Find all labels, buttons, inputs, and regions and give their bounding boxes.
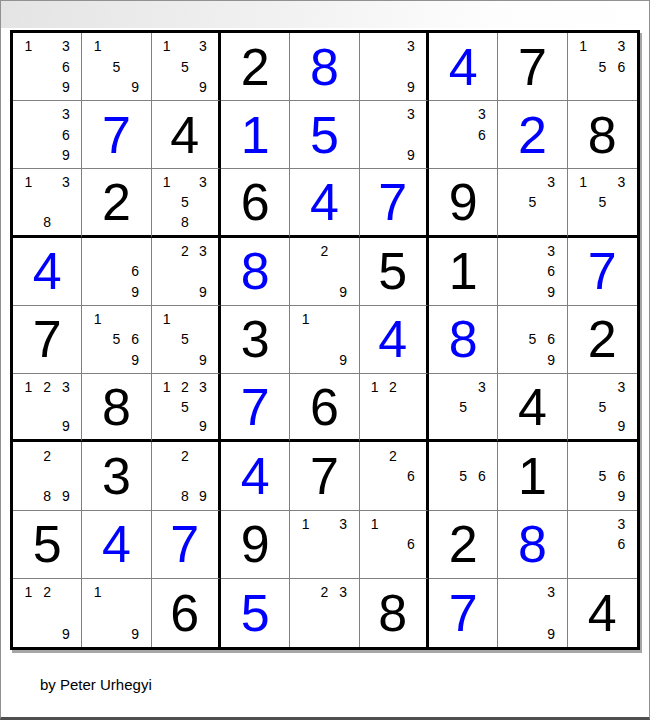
cell-r7c3[interactable]: 289 xyxy=(152,442,221,510)
candidate-4 xyxy=(504,261,523,281)
candidate-7 xyxy=(366,77,384,97)
pencil-marks: 23 xyxy=(290,579,358,647)
pencil-marks: 1356 xyxy=(568,33,637,100)
cell-r8c7[interactable]: 2 xyxy=(429,511,498,579)
cell-r4c3[interactable]: 239 xyxy=(152,238,221,306)
candidate-4 xyxy=(574,466,593,486)
candidate-1: 1 xyxy=(296,514,315,534)
given-digit: 1 xyxy=(449,245,478,297)
candidate-9: 9 xyxy=(57,417,76,437)
cell-r8c1[interactable]: 5 xyxy=(13,511,82,579)
given-digit: 4 xyxy=(518,381,547,433)
cell-r9c2[interactable]: 19 xyxy=(82,579,151,647)
cell-r5c9[interactable]: 2 xyxy=(568,306,637,374)
candidate-1: 1 xyxy=(88,309,107,329)
candidate-7 xyxy=(435,486,454,506)
solved-digit: 4 xyxy=(378,313,407,365)
candidate-9: 9 xyxy=(612,417,631,437)
given-digit: 1 xyxy=(518,450,547,502)
solved-digit: 8 xyxy=(449,313,478,365)
candidate-4 xyxy=(366,534,384,554)
candidate-8 xyxy=(523,212,542,232)
candidate-9 xyxy=(612,212,631,232)
candidate-1 xyxy=(435,104,454,124)
pencil-marks: 56 xyxy=(429,442,497,509)
candidate-3 xyxy=(57,445,76,465)
cell-r6c7[interactable]: 35 xyxy=(429,374,498,442)
candidate-8 xyxy=(523,281,542,301)
candidate-6 xyxy=(473,397,492,417)
cell-r9c3[interactable]: 6 xyxy=(152,579,221,647)
cell-r4c7[interactable]: 1 xyxy=(429,238,498,306)
pencil-marks: 159 xyxy=(82,33,150,100)
pencil-marks: 35 xyxy=(429,374,497,439)
given-digit: 4 xyxy=(588,587,617,639)
cell-r4c5[interactable]: 29 xyxy=(290,238,359,306)
candidate-8 xyxy=(176,417,194,437)
pencil-marks: 1358 xyxy=(152,169,218,234)
cell-r3c2[interactable]: 2 xyxy=(82,169,151,237)
candidate-4 xyxy=(574,56,593,76)
candidate-6 xyxy=(334,534,353,554)
candidate-2 xyxy=(593,445,612,465)
candidate-6: 6 xyxy=(473,125,492,145)
candidate-7 xyxy=(158,212,176,232)
cell-r4c4[interactable]: 8 xyxy=(221,238,290,306)
cell-r2c9[interactable]: 8 xyxy=(568,101,637,169)
candidate-2 xyxy=(176,309,194,329)
candidate-2: 2 xyxy=(384,445,402,465)
candidate-1: 1 xyxy=(158,309,176,329)
candidate-3: 3 xyxy=(612,172,631,192)
cell-r2c3[interactable]: 4 xyxy=(152,101,221,169)
cell-r6c4[interactable]: 7 xyxy=(221,374,290,442)
candidate-4 xyxy=(574,534,593,554)
candidate-2 xyxy=(107,36,126,56)
candidate-8 xyxy=(523,623,542,644)
candidate-5 xyxy=(384,534,402,554)
cell-r3c1[interactable]: 138 xyxy=(13,169,82,237)
candidate-2 xyxy=(593,514,612,534)
candidate-5 xyxy=(38,397,57,417)
candidate-6 xyxy=(194,397,212,417)
pencil-marks: 129 xyxy=(13,579,81,647)
candidate-6: 6 xyxy=(57,125,76,145)
pencil-marks: 138 xyxy=(13,169,81,234)
candidate-6: 6 xyxy=(402,534,420,554)
candidate-7 xyxy=(88,623,107,644)
candidate-1: 1 xyxy=(158,377,176,397)
cell-r5c5[interactable]: 19 xyxy=(290,306,359,374)
candidate-5 xyxy=(176,466,194,486)
cell-r2c1[interactable]: 369 xyxy=(13,101,82,169)
cell-r2c8[interactable]: 2 xyxy=(498,101,567,169)
pencil-marks: 39 xyxy=(360,33,426,100)
candidate-1: 1 xyxy=(19,582,38,603)
candidate-2: 2 xyxy=(176,377,194,397)
sudoku-board[interactable]: 1369159135928394713563697415393628138213… xyxy=(10,30,640,650)
pencil-marks: 19 xyxy=(82,579,150,647)
solved-digit: 4 xyxy=(241,450,270,502)
cell-r9c8[interactable]: 39 xyxy=(498,579,567,647)
candidate-8 xyxy=(454,145,473,165)
candidate-1 xyxy=(574,377,593,397)
solved-digit: 4 xyxy=(102,518,131,570)
cell-r1c1[interactable]: 1369 xyxy=(13,33,82,101)
cell-r5c8[interactable]: 569 xyxy=(498,306,567,374)
candidate-4 xyxy=(366,466,384,486)
candidate-7 xyxy=(366,486,384,506)
candidate-2 xyxy=(454,104,473,124)
candidate-8 xyxy=(38,77,57,97)
candidate-5: 5 xyxy=(107,56,126,76)
candidate-4 xyxy=(88,603,107,624)
cell-r7c2[interactable]: 3 xyxy=(82,442,151,510)
candidate-3: 3 xyxy=(542,172,561,192)
candidate-3: 3 xyxy=(612,377,631,397)
candidate-6 xyxy=(126,603,145,624)
given-digit: 7 xyxy=(33,313,62,365)
cell-r3c8[interactable]: 35 xyxy=(498,169,567,237)
pencil-marks: 26 xyxy=(360,442,426,509)
cell-r7c4[interactable]: 4 xyxy=(221,442,290,510)
pencil-marks: 39 xyxy=(360,101,426,168)
candidate-3 xyxy=(126,36,145,56)
candidate-1 xyxy=(19,104,38,124)
candidate-6 xyxy=(57,397,76,417)
candidate-3: 3 xyxy=(194,36,212,56)
candidate-6 xyxy=(612,192,631,212)
cell-r3c7[interactable]: 9 xyxy=(429,169,498,237)
candidate-7 xyxy=(435,145,454,165)
cell-r1c4[interactable]: 2 xyxy=(221,33,290,101)
cell-r8c8[interactable]: 8 xyxy=(498,511,567,579)
pencil-marks: 35 xyxy=(498,169,566,234)
candidate-8 xyxy=(384,145,402,165)
solved-digit: 8 xyxy=(518,518,547,570)
cell-r8c2[interactable]: 4 xyxy=(82,511,151,579)
candidate-2 xyxy=(315,309,334,329)
candidate-6 xyxy=(57,466,76,486)
cell-r5c3[interactable]: 159 xyxy=(152,306,221,374)
candidate-9: 9 xyxy=(194,417,212,437)
candidate-7 xyxy=(19,623,38,644)
candidate-3 xyxy=(126,241,145,261)
candidate-9 xyxy=(542,212,561,232)
candidate-8: 8 xyxy=(176,486,194,506)
candidate-1 xyxy=(158,445,176,465)
candidate-1: 1 xyxy=(574,36,593,56)
cell-r2c7[interactable]: 36 xyxy=(429,101,498,169)
candidate-7 xyxy=(366,417,384,437)
solved-digit: 2 xyxy=(518,109,547,161)
cell-r1c6[interactable]: 39 xyxy=(360,33,429,101)
pencil-marks: 569 xyxy=(498,306,566,373)
candidate-3: 3 xyxy=(612,514,631,534)
candidate-4 xyxy=(19,56,38,76)
candidate-8 xyxy=(523,350,542,370)
candidate-7 xyxy=(296,554,315,574)
candidate-6 xyxy=(402,56,420,76)
candidate-7 xyxy=(158,77,176,97)
candidate-2: 2 xyxy=(38,445,57,465)
candidate-4 xyxy=(296,534,315,554)
candidate-5 xyxy=(315,603,334,624)
cell-r6c5[interactable]: 6 xyxy=(290,374,359,442)
given-digit: 5 xyxy=(33,518,62,570)
candidate-2 xyxy=(315,514,334,534)
solved-digit: 5 xyxy=(241,587,270,639)
cell-r5c7[interactable]: 8 xyxy=(429,306,498,374)
candidate-4 xyxy=(88,329,107,349)
candidate-7 xyxy=(574,77,593,97)
candidate-7 xyxy=(574,417,593,437)
candidate-6 xyxy=(194,261,212,281)
candidate-1 xyxy=(296,241,315,261)
cell-r1c8[interactable]: 7 xyxy=(498,33,567,101)
pencil-marks: 12 xyxy=(360,374,426,439)
candidate-5 xyxy=(523,261,542,281)
candidate-5 xyxy=(38,603,57,624)
candidate-3 xyxy=(402,377,420,397)
cell-r1c9[interactable]: 1356 xyxy=(568,33,637,101)
cell-r6c2[interactable]: 8 xyxy=(82,374,151,442)
candidate-1 xyxy=(366,104,384,124)
candidate-6: 6 xyxy=(473,466,492,486)
candidate-1 xyxy=(366,445,384,465)
cell-r7c5[interactable]: 7 xyxy=(290,442,359,510)
candidate-7 xyxy=(504,623,523,644)
cell-r6c8[interactable]: 4 xyxy=(498,374,567,442)
candidate-6 xyxy=(542,192,561,212)
given-digit: 9 xyxy=(449,176,478,228)
cell-r2c4[interactable]: 1 xyxy=(221,101,290,169)
cell-r2c2[interactable]: 7 xyxy=(82,101,151,169)
cell-r9c9[interactable]: 4 xyxy=(568,579,637,647)
cell-r7c8[interactable]: 1 xyxy=(498,442,567,510)
cell-r7c1[interactable]: 289 xyxy=(13,442,82,510)
candidate-1 xyxy=(19,445,38,465)
candidate-7 xyxy=(158,486,176,506)
candidate-7 xyxy=(366,554,384,574)
cell-r9c5[interactable]: 23 xyxy=(290,579,359,647)
candidate-9 xyxy=(402,417,420,437)
given-digit: 2 xyxy=(588,313,617,365)
candidate-5 xyxy=(384,466,402,486)
cell-r3c4[interactable]: 6 xyxy=(221,169,290,237)
cell-r4c2[interactable]: 69 xyxy=(82,238,151,306)
cell-r6c3[interactable]: 12359 xyxy=(152,374,221,442)
candidate-8 xyxy=(176,350,194,370)
candidate-9: 9 xyxy=(194,486,212,506)
cell-r8c4[interactable]: 9 xyxy=(221,511,290,579)
candidate-2 xyxy=(38,172,57,192)
candidate-8 xyxy=(107,350,126,370)
candidate-1: 1 xyxy=(366,514,384,534)
candidate-3: 3 xyxy=(194,241,212,261)
candidate-3: 3 xyxy=(57,172,76,192)
candidate-9: 9 xyxy=(57,145,76,165)
cell-r8c9[interactable]: 36 xyxy=(568,511,637,579)
candidate-2 xyxy=(454,377,473,397)
candidate-2 xyxy=(107,582,126,603)
candidate-4 xyxy=(296,261,315,281)
candidate-2 xyxy=(523,309,542,329)
candidate-7 xyxy=(296,623,315,644)
candidate-8: 8 xyxy=(176,212,194,232)
cell-r3c6[interactable]: 7 xyxy=(360,169,429,237)
candidate-9: 9 xyxy=(57,486,76,506)
cell-r3c3[interactable]: 1358 xyxy=(152,169,221,237)
cell-r5c4[interactable]: 3 xyxy=(221,306,290,374)
cell-r7c7[interactable]: 56 xyxy=(429,442,498,510)
candidate-4 xyxy=(366,125,384,145)
candidate-6 xyxy=(194,56,212,76)
candidate-5: 5 xyxy=(523,192,542,212)
candidate-7 xyxy=(19,145,38,165)
cell-r3c5[interactable]: 4 xyxy=(290,169,359,237)
candidate-5: 5 xyxy=(593,192,612,212)
pencil-marks: 69 xyxy=(82,238,150,305)
candidate-2 xyxy=(176,172,194,192)
cell-r4c8[interactable]: 369 xyxy=(498,238,567,306)
candidate-8 xyxy=(454,486,473,506)
candidate-6 xyxy=(334,261,353,281)
cell-r9c1[interactable]: 129 xyxy=(13,579,82,647)
candidate-2: 2 xyxy=(315,582,334,603)
candidate-5 xyxy=(38,56,57,76)
candidate-9: 9 xyxy=(194,77,212,97)
candidate-8 xyxy=(176,77,194,97)
candidate-7 xyxy=(296,281,315,301)
cell-r5c6[interactable]: 4 xyxy=(360,306,429,374)
candidate-2 xyxy=(384,104,402,124)
candidate-1 xyxy=(366,36,384,56)
candidate-4 xyxy=(88,261,107,281)
candidate-2: 2 xyxy=(315,241,334,261)
candidate-2: 2 xyxy=(176,241,194,261)
cell-r2c5[interactable]: 5 xyxy=(290,101,359,169)
cell-r4c9[interactable]: 7 xyxy=(568,238,637,306)
candidate-4 xyxy=(19,125,38,145)
candidate-9: 9 xyxy=(542,623,561,644)
candidate-5 xyxy=(593,534,612,554)
solved-digit: 7 xyxy=(170,518,199,570)
pencil-marks: 369 xyxy=(498,238,566,305)
cell-r8c5[interactable]: 13 xyxy=(290,511,359,579)
candidate-7 xyxy=(504,212,523,232)
candidate-1 xyxy=(574,514,593,534)
cell-r6c1[interactable]: 1239 xyxy=(13,374,82,442)
cell-r6c6[interactable]: 12 xyxy=(360,374,429,442)
candidate-9 xyxy=(473,145,492,165)
candidate-5: 5 xyxy=(523,329,542,349)
candidate-3: 3 xyxy=(334,582,353,603)
given-digit: 2 xyxy=(241,41,270,93)
candidate-4 xyxy=(574,397,593,417)
pencil-marks: 1369 xyxy=(13,33,81,100)
cell-r2c6[interactable]: 39 xyxy=(360,101,429,169)
candidate-9 xyxy=(334,623,353,644)
solved-digit: 7 xyxy=(241,381,270,433)
candidate-8 xyxy=(593,212,612,232)
candidate-1 xyxy=(88,241,107,261)
candidate-9 xyxy=(402,486,420,506)
window-top-gradient-bar xyxy=(1,1,649,28)
candidate-4 xyxy=(158,329,176,349)
given-digit: 8 xyxy=(588,109,617,161)
cell-r8c6[interactable]: 16 xyxy=(360,511,429,579)
cell-r1c7[interactable]: 4 xyxy=(429,33,498,101)
cell-r1c5[interactable]: 8 xyxy=(290,33,359,101)
candidate-6 xyxy=(402,125,420,145)
candidate-6 xyxy=(57,192,76,212)
candidate-1 xyxy=(504,582,523,603)
candidate-5: 5 xyxy=(593,397,612,417)
candidate-9 xyxy=(473,486,492,506)
pencil-marks: 239 xyxy=(152,238,218,305)
candidate-5 xyxy=(38,125,57,145)
candidate-1 xyxy=(504,309,523,329)
candidate-7 xyxy=(158,281,176,301)
cell-r9c4[interactable]: 5 xyxy=(221,579,290,647)
cell-r5c2[interactable]: 1569 xyxy=(82,306,151,374)
candidate-2 xyxy=(176,36,194,56)
candidate-6: 6 xyxy=(542,261,561,281)
candidate-8 xyxy=(593,554,612,574)
candidate-4 xyxy=(435,466,454,486)
candidate-1: 1 xyxy=(158,36,176,56)
candidate-8 xyxy=(384,554,402,574)
candidate-3: 3 xyxy=(57,36,76,56)
candidate-2 xyxy=(523,241,542,261)
pencil-marks: 1569 xyxy=(82,306,150,373)
cell-r1c3[interactable]: 1359 xyxy=(152,33,221,101)
pencil-marks: 39 xyxy=(498,579,566,647)
cell-r4c6[interactable]: 5 xyxy=(360,238,429,306)
cell-r7c9[interactable]: 569 xyxy=(568,442,637,510)
candidate-6: 6 xyxy=(126,329,145,349)
candidate-7 xyxy=(88,77,107,97)
cell-r4c1[interactable]: 4 xyxy=(13,238,82,306)
cell-r8c3[interactable]: 7 xyxy=(152,511,221,579)
given-digit: 6 xyxy=(170,587,199,639)
candidate-6: 6 xyxy=(57,56,76,76)
candidate-5 xyxy=(384,56,402,76)
candidate-3 xyxy=(612,445,631,465)
solved-digit: 7 xyxy=(102,109,131,161)
candidate-4 xyxy=(435,397,454,417)
candidate-2 xyxy=(523,172,542,192)
given-digit: 5 xyxy=(378,245,407,297)
candidate-3 xyxy=(402,445,420,465)
candidate-9: 9 xyxy=(334,350,353,370)
candidate-4 xyxy=(158,192,176,212)
candidate-1 xyxy=(435,377,454,397)
candidate-9: 9 xyxy=(542,281,561,301)
candidate-5 xyxy=(107,261,126,281)
cell-r7c6[interactable]: 26 xyxy=(360,442,429,510)
cell-r5c1[interactable]: 7 xyxy=(13,306,82,374)
cell-r1c2[interactable]: 159 xyxy=(82,33,151,101)
cell-r3c9[interactable]: 135 xyxy=(568,169,637,237)
candidate-4 xyxy=(19,603,38,624)
candidate-9 xyxy=(473,417,492,437)
solved-digit: 7 xyxy=(449,587,478,639)
cell-r9c6[interactable]: 8 xyxy=(360,579,429,647)
cell-r9c7[interactable]: 7 xyxy=(429,579,498,647)
cell-r6c9[interactable]: 359 xyxy=(568,374,637,442)
